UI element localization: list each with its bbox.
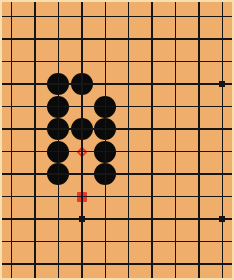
grid-line-vertical bbox=[151, 2, 152, 278]
grid-line-horizontal bbox=[2, 218, 232, 219]
go-board bbox=[2, 2, 232, 278]
grid-line-horizontal bbox=[2, 241, 232, 242]
grid-line-vertical bbox=[198, 2, 199, 278]
grid-line-horizontal bbox=[2, 61, 232, 62]
grid-line-vertical bbox=[105, 2, 106, 278]
go-board-diagram bbox=[0, 0, 234, 280]
grid-line-horizontal bbox=[2, 38, 232, 39]
grid-line-vertical bbox=[11, 2, 12, 278]
grid-line-horizontal bbox=[2, 263, 232, 264]
grid-line-horizontal bbox=[2, 16, 232, 17]
grid-line-horizontal bbox=[2, 173, 232, 174]
grid-line-horizontal bbox=[2, 83, 232, 84]
grid-line-vertical bbox=[222, 2, 223, 278]
grid-line-vertical bbox=[128, 2, 129, 278]
grid-line-vertical bbox=[34, 2, 35, 278]
grid-line-horizontal bbox=[2, 151, 232, 152]
grid-line-vertical bbox=[58, 2, 59, 278]
grid-line-horizontal bbox=[2, 196, 232, 197]
grid-line-horizontal bbox=[2, 128, 232, 129]
grid-line-vertical bbox=[175, 2, 176, 278]
grid-line-horizontal bbox=[2, 106, 232, 107]
grid-line-vertical bbox=[81, 2, 82, 278]
